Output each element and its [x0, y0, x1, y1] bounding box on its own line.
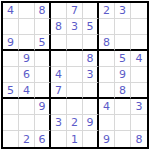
cell-r1c4[interactable] [51, 3, 67, 19]
cell-r3c6[interactable] [83, 35, 99, 51]
cell-r5c2[interactable]: 6 [19, 67, 35, 83]
cell-r2c7[interactable] [99, 19, 115, 35]
cell-r5c1[interactable] [3, 67, 19, 83]
cell-r2c8[interactable] [115, 19, 131, 35]
cell-r5c7[interactable] [99, 67, 115, 83]
cell-r7c2[interactable] [19, 99, 35, 115]
cell-r4c7[interactable] [99, 51, 115, 67]
cell-r2c6[interactable]: 5 [83, 19, 99, 35]
cell-r1c5[interactable]: 7 [67, 3, 83, 19]
cell-r8c4[interactable]: 3 [51, 115, 67, 131]
cell-r3c5[interactable] [67, 35, 83, 51]
cell-r7c3[interactable]: 9 [35, 99, 51, 115]
cell-r3c9[interactable] [131, 35, 147, 51]
cell-r8c9[interactable] [131, 115, 147, 131]
cell-r2c1[interactable] [3, 19, 19, 35]
cell-r4c9[interactable]: 4 [131, 51, 147, 67]
cell-r9c2[interactable]: 2 [19, 131, 35, 147]
cell-r4c2[interactable]: 9 [19, 51, 35, 67]
cell-r3c1[interactable]: 9 [3, 35, 19, 51]
cell-r4c3[interactable] [35, 51, 51, 67]
cell-r4c5[interactable] [67, 51, 83, 67]
cell-r1c1[interactable]: 4 [3, 3, 19, 19]
cell-r7c7[interactable]: 4 [99, 99, 115, 115]
cell-r9c6[interactable] [83, 131, 99, 147]
cell-r5c3[interactable] [35, 67, 51, 83]
cell-r3c8[interactable] [115, 35, 131, 51]
cell-r8c2[interactable] [19, 115, 35, 131]
cell-r9c7[interactable]: 9 [99, 131, 115, 147]
cell-r5c6[interactable]: 3 [83, 67, 99, 83]
cell-r2c2[interactable] [19, 19, 35, 35]
cell-r7c8[interactable] [115, 99, 131, 115]
cell-r6c5[interactable] [67, 83, 83, 99]
cell-r7c4[interactable] [51, 99, 67, 115]
cell-r1c2[interactable] [19, 3, 35, 19]
cell-r2c3[interactable] [35, 19, 51, 35]
cell-r6c2[interactable]: 4 [19, 83, 35, 99]
cell-r5c5[interactable] [67, 67, 83, 83]
cell-r6c7[interactable] [99, 83, 115, 99]
cell-r9c4[interactable] [51, 131, 67, 147]
cell-r2c9[interactable] [131, 19, 147, 35]
cell-r7c6[interactable] [83, 99, 99, 115]
cell-r4c1[interactable] [3, 51, 19, 67]
cell-r5c9[interactable] [131, 67, 147, 83]
cell-r6c8[interactable]: 8 [115, 83, 131, 99]
cell-r9c1[interactable] [3, 131, 19, 147]
cell-r8c6[interactable]: 9 [83, 115, 99, 131]
cell-r1c8[interactable]: 3 [115, 3, 131, 19]
cell-r6c9[interactable] [131, 83, 147, 99]
cell-r8c3[interactable] [35, 115, 51, 131]
cell-r2c4[interactable]: 8 [51, 19, 67, 35]
cell-r9c8[interactable] [115, 131, 131, 147]
cell-r7c9[interactable]: 3 [131, 99, 147, 115]
cell-r4c6[interactable]: 8 [83, 51, 99, 67]
cell-r1c7[interactable]: 2 [99, 3, 115, 19]
cell-r6c4[interactable]: 7 [51, 83, 67, 99]
cell-r8c5[interactable]: 2 [67, 115, 83, 131]
cell-r1c9[interactable] [131, 3, 147, 19]
cell-r7c5[interactable] [67, 99, 83, 115]
cell-r6c3[interactable] [35, 83, 51, 99]
cell-r2c5[interactable]: 3 [67, 19, 83, 35]
cell-r6c6[interactable] [83, 83, 99, 99]
cell-r1c3[interactable]: 8 [35, 3, 51, 19]
cell-r8c1[interactable] [3, 115, 19, 131]
cell-r5c8[interactable]: 9 [115, 67, 131, 83]
cell-r3c3[interactable]: 5 [35, 35, 51, 51]
cell-r4c8[interactable]: 5 [115, 51, 131, 67]
sudoku-board: 4872383595898546439547894332926198 [1, 1, 149, 149]
cell-r8c7[interactable] [99, 115, 115, 131]
cell-r6c1[interactable]: 5 [3, 83, 19, 99]
cell-r1c6[interactable] [83, 3, 99, 19]
cell-r3c7[interactable]: 8 [99, 35, 115, 51]
cell-r4c4[interactable] [51, 51, 67, 67]
cell-r9c3[interactable]: 6 [35, 131, 51, 147]
cell-r5c4[interactable]: 4 [51, 67, 67, 83]
cell-r9c5[interactable]: 1 [67, 131, 83, 147]
cell-r8c8[interactable] [115, 115, 131, 131]
cell-r9c9[interactable]: 8 [131, 131, 147, 147]
cell-r7c1[interactable] [3, 99, 19, 115]
cell-r3c4[interactable] [51, 35, 67, 51]
cell-r3c2[interactable] [19, 35, 35, 51]
